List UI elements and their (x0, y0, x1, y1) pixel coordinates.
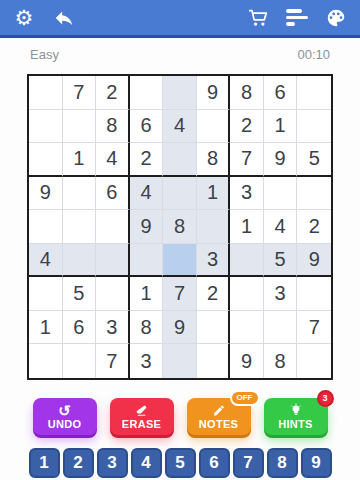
cell-r6c8[interactable]: 5 (264, 244, 298, 278)
cell-r8c3[interactable]: 3 (96, 311, 130, 345)
reply-arrow-glyph (53, 7, 75, 29)
cell-r7c9[interactable] (297, 277, 331, 311)
undo-label: UNDO (48, 418, 82, 430)
cell-r4c8[interactable] (264, 177, 298, 211)
cell-r3c5[interactable] (163, 143, 197, 177)
cell-r9c4[interactable]: 3 (130, 344, 164, 378)
cell-r3c8[interactable]: 9 (264, 143, 298, 177)
cell-r7c2[interactable]: 5 (63, 277, 97, 311)
cell-r6c2[interactable] (63, 244, 97, 278)
number-pad: 1 2 3 4 5 6 7 8 9 (0, 448, 360, 478)
cell-r1c3[interactable]: 2 (96, 76, 130, 110)
cell-r5c5[interactable]: 8 (163, 210, 197, 244)
cell-r9c5[interactable] (163, 344, 197, 378)
difficulty-label: Easy (30, 47, 59, 62)
cell-r2c9[interactable] (297, 110, 331, 144)
topbar-left-group: ⚙ (12, 6, 76, 30)
cell-r9c3[interactable]: 7 (96, 344, 130, 378)
cell-r7c4[interactable]: 1 (130, 277, 164, 311)
cell-r7c8[interactable]: 3 (264, 277, 298, 311)
cell-r4c4[interactable]: 4 (130, 177, 164, 211)
cell-r2c3[interactable]: 8 (96, 110, 130, 144)
cell-r2c5[interactable]: 4 (163, 110, 197, 144)
cell-r3c6[interactable]: 8 (197, 143, 231, 177)
cell-r5c1[interactable] (29, 210, 63, 244)
cell-r1c6[interactable]: 9 (197, 76, 231, 110)
cell-r5c2[interactable] (63, 210, 97, 244)
cell-r2c6[interactable] (197, 110, 231, 144)
cell-r4c6[interactable]: 1 (197, 177, 231, 211)
shop-cart-icon[interactable] (246, 6, 270, 30)
hints-count-badge: 3 (317, 390, 334, 407)
cell-r6c7[interactable] (230, 244, 264, 278)
cell-r1c1[interactable] (29, 76, 63, 110)
cell-r9c7[interactable]: 9 (230, 344, 264, 378)
cell-r2c7[interactable]: 2 (230, 110, 264, 144)
top-bar: ⚙ (0, 0, 360, 38)
lightbulb-icon (289, 403, 303, 417)
settings-gear-icon[interactable]: ⚙ (12, 6, 36, 30)
pencil-icon (212, 403, 226, 417)
cell-r3c2[interactable]: 1 (63, 143, 97, 177)
cell-r1c9[interactable] (297, 76, 331, 110)
cell-r3c4[interactable]: 2 (130, 143, 164, 177)
cell-r2c1[interactable] (29, 110, 63, 144)
cell-r5c7[interactable]: 1 (230, 210, 264, 244)
cell-r4c5[interactable] (163, 177, 197, 211)
palette-glyph (325, 7, 347, 29)
numpad-9[interactable]: 9 (301, 448, 332, 478)
cell-r8c8[interactable] (264, 311, 298, 345)
numpad-6[interactable]: 6 (199, 448, 230, 478)
cell-r7c7[interactable] (230, 277, 264, 311)
cell-r5c8[interactable]: 4 (264, 210, 298, 244)
numpad-7[interactable]: 7 (233, 448, 264, 478)
numpad-2[interactable]: 2 (63, 448, 94, 478)
numpad-1[interactable]: 1 (29, 448, 60, 478)
cell-r7c5[interactable]: 7 (163, 277, 197, 311)
cell-r5c3[interactable] (96, 210, 130, 244)
cart-glyph (247, 7, 270, 29)
cell-r9c9[interactable] (297, 344, 331, 378)
cell-r6c9[interactable]: 9 (297, 244, 331, 278)
cell-r9c6[interactable] (197, 344, 231, 378)
hints-label: HINTS (278, 418, 313, 430)
cell-r2c2[interactable] (63, 110, 97, 144)
bars-glyph (286, 9, 308, 25)
cell-r2c8[interactable]: 1 (264, 110, 298, 144)
back-arrow-icon[interactable] (52, 6, 76, 30)
undo-button[interactable]: ↺ UNDO (33, 398, 97, 435)
cell-r4c9[interactable] (297, 177, 331, 211)
eraser-icon (134, 403, 149, 417)
notes-label: NOTES (199, 418, 238, 430)
cell-r6c4[interactable] (130, 244, 164, 278)
cell-r5c4[interactable]: 9 (130, 210, 164, 244)
undo-rotate-icon: ↺ (58, 403, 71, 417)
cell-r9c1[interactable] (29, 344, 63, 378)
controls-row: ↺ UNDO ERASE OFF NOTES 3 HINTS (0, 398, 360, 435)
cell-r6c1[interactable]: 4 (29, 244, 63, 278)
cell-r8c7[interactable] (230, 311, 264, 345)
cell-r6c5[interactable] (163, 244, 197, 278)
numpad-4[interactable]: 4 (131, 448, 162, 478)
cell-r8c4[interactable]: 8 (130, 311, 164, 345)
cell-r2c4[interactable]: 6 (130, 110, 164, 144)
cell-r4c3[interactable]: 6 (96, 177, 130, 211)
cell-r3c1[interactable] (29, 143, 63, 177)
sudoku-app: ⚙ (0, 0, 360, 480)
status-bar: Easy 00:10 (30, 47, 330, 62)
cell-r8c5[interactable]: 9 (163, 311, 197, 345)
cell-r3c3[interactable]: 4 (96, 143, 130, 177)
cell-r6c6[interactable]: 3 (197, 244, 231, 278)
cell-r4c2[interactable] (63, 177, 97, 211)
sudoku-board: 7298686421142879596413981424359517231638… (27, 74, 333, 380)
cell-r7c3[interactable] (96, 277, 130, 311)
cell-r7c6[interactable]: 2 (197, 277, 231, 311)
cell-r8c9[interactable]: 7 (297, 311, 331, 345)
cell-r3c7[interactable]: 7 (230, 143, 264, 177)
numpad-8[interactable]: 8 (267, 448, 298, 478)
cell-r9c2[interactable] (63, 344, 97, 378)
cell-r1c2[interactable]: 7 (63, 76, 97, 110)
cell-r5c6[interactable] (197, 210, 231, 244)
erase-label: ERASE (122, 418, 161, 430)
cell-r4c1[interactable]: 9 (29, 177, 63, 211)
cell-r1c4[interactable] (130, 76, 164, 110)
cell-r1c7[interactable]: 8 (230, 76, 264, 110)
numpad-3[interactable]: 3 (97, 448, 128, 478)
numpad-5[interactable]: 5 (165, 448, 196, 478)
topbar-right-group (246, 6, 348, 30)
cell-r3c9[interactable]: 5 (297, 143, 331, 177)
cell-r8c2[interactable]: 6 (63, 311, 97, 345)
stats-bars-icon[interactable] (285, 6, 309, 30)
cell-r4c7[interactable]: 3 (230, 177, 264, 211)
erase-button[interactable]: ERASE (110, 398, 174, 435)
cell-r9c8[interactable]: 8 (264, 344, 298, 378)
cell-r7c1[interactable] (29, 277, 63, 311)
cell-r6c3[interactable] (96, 244, 130, 278)
notes-button[interactable]: OFF NOTES (187, 398, 251, 435)
cell-r1c8[interactable]: 6 (264, 76, 298, 110)
cell-r8c1[interactable]: 1 (29, 311, 63, 345)
gear-glyph: ⚙ (15, 7, 34, 28)
cell-r5c9[interactable]: 2 (297, 210, 331, 244)
cell-r1c5[interactable] (163, 76, 197, 110)
hints-button[interactable]: 3 HINTS (264, 398, 328, 435)
theme-palette-icon[interactable] (324, 6, 348, 30)
cell-r8c6[interactable] (197, 311, 231, 345)
notes-off-badge: OFF (230, 390, 260, 406)
timer: 00:10 (297, 47, 330, 62)
